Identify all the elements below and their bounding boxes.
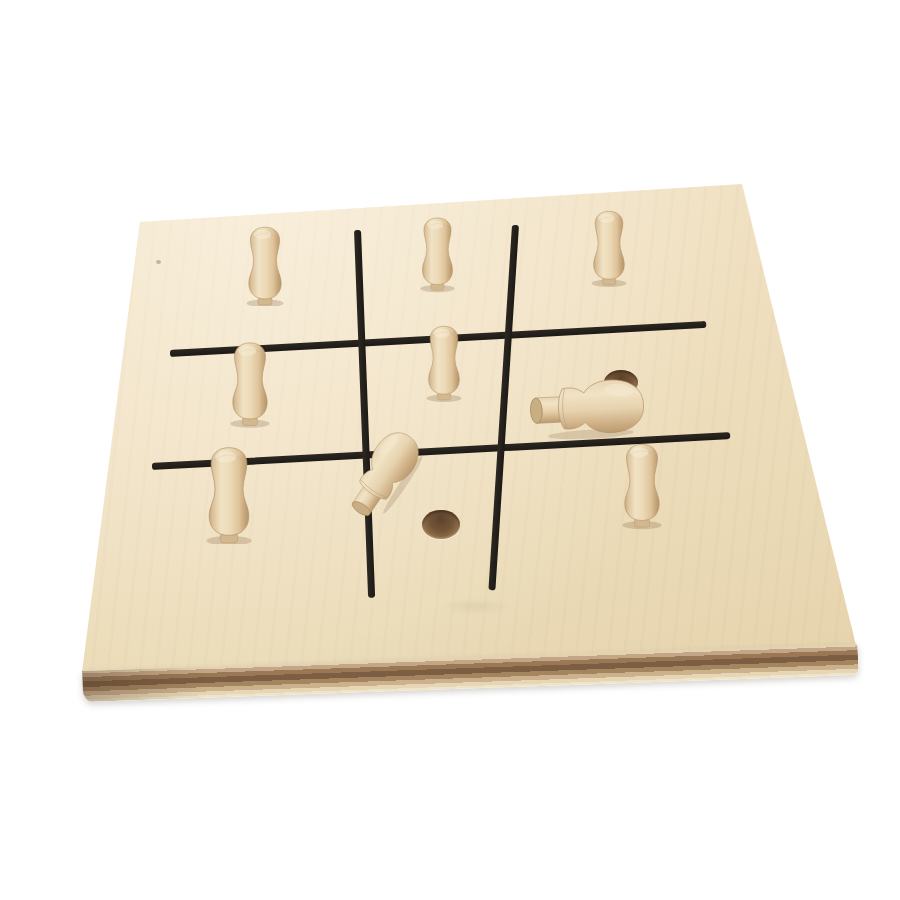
board-grid xyxy=(70,222,873,694)
product-photo-stage xyxy=(0,0,900,900)
cell-r3c1[interactable] xyxy=(70,518,340,694)
wooden-peg-r1c2[interactable] xyxy=(413,212,462,295)
wooden-peg-r2c1[interactable] xyxy=(222,337,278,430)
wooden-peg-r2c3-lying[interactable] xyxy=(525,371,649,444)
wooden-peg-r1c3[interactable] xyxy=(584,207,634,288)
wooden-peg-r3c1[interactable] xyxy=(196,445,262,544)
wooden-peg-r3c3[interactable] xyxy=(614,440,670,530)
wooden-peg-r1c1[interactable] xyxy=(238,225,292,306)
cell-r1c1[interactable] xyxy=(95,243,337,385)
wooden-peg-r2c2[interactable] xyxy=(419,317,469,408)
peg-hole-r3c2[interactable] xyxy=(422,510,460,539)
cell-r3c2[interactable] xyxy=(339,505,608,679)
